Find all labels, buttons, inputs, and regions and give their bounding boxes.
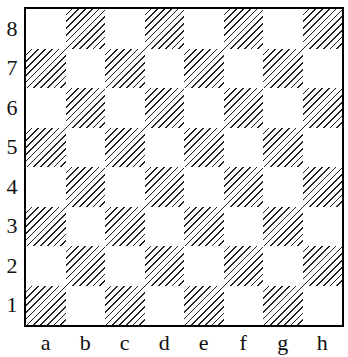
square-d7[interactable] — [145, 49, 185, 89]
rank-label-4: 4 — [0, 167, 24, 207]
square-g7[interactable] — [263, 49, 303, 89]
square-f2[interactable] — [224, 246, 264, 286]
square-a6[interactable] — [26, 88, 66, 128]
file-label-a: a — [26, 329, 66, 357]
square-h3[interactable] — [303, 207, 343, 247]
square-e4[interactable] — [184, 167, 224, 207]
square-g8[interactable] — [263, 9, 303, 49]
square-d5[interactable] — [145, 128, 185, 168]
square-b5[interactable] — [66, 128, 106, 168]
square-c2[interactable] — [105, 246, 145, 286]
square-b1[interactable] — [66, 286, 106, 326]
square-h8[interactable] — [303, 9, 343, 49]
square-f4[interactable] — [224, 167, 264, 207]
chess-diagram: 87654321 abcdefgh — [0, 0, 348, 357]
square-d2[interactable] — [145, 246, 185, 286]
square-f6[interactable] — [224, 88, 264, 128]
square-a4[interactable] — [26, 167, 66, 207]
file-label-b: b — [66, 329, 106, 357]
square-g3[interactable] — [263, 207, 303, 247]
square-c4[interactable] — [105, 167, 145, 207]
square-h7[interactable] — [303, 49, 343, 89]
square-h6[interactable] — [303, 88, 343, 128]
square-c1[interactable] — [105, 286, 145, 326]
square-c5[interactable] — [105, 128, 145, 168]
square-a8[interactable] — [26, 9, 66, 49]
square-g2[interactable] — [263, 246, 303, 286]
chess-board — [24, 7, 344, 327]
square-g1[interactable] — [263, 286, 303, 326]
square-b2[interactable] — [66, 246, 106, 286]
square-b7[interactable] — [66, 49, 106, 89]
square-b6[interactable] — [66, 88, 106, 128]
square-a5[interactable] — [26, 128, 66, 168]
square-d1[interactable] — [145, 286, 185, 326]
square-b8[interactable] — [66, 9, 106, 49]
square-c7[interactable] — [105, 49, 145, 89]
board-with-ranks: 87654321 — [0, 7, 344, 327]
square-d8[interactable] — [145, 9, 185, 49]
square-g4[interactable] — [263, 167, 303, 207]
square-e2[interactable] — [184, 246, 224, 286]
square-c6[interactable] — [105, 88, 145, 128]
square-b4[interactable] — [66, 167, 106, 207]
file-label-e: e — [184, 329, 224, 357]
square-b3[interactable] — [66, 207, 106, 247]
file-label-c: c — [105, 329, 145, 357]
rank-label-1: 1 — [0, 286, 24, 326]
square-e5[interactable] — [184, 128, 224, 168]
file-label-d: d — [145, 329, 185, 357]
square-d4[interactable] — [145, 167, 185, 207]
square-d6[interactable] — [145, 88, 185, 128]
rank-label-7: 7 — [0, 49, 24, 89]
file-label-f: f — [224, 329, 264, 357]
rank-label-5: 5 — [0, 128, 24, 168]
square-a7[interactable] — [26, 49, 66, 89]
square-h2[interactable] — [303, 246, 343, 286]
square-f3[interactable] — [224, 207, 264, 247]
square-e6[interactable] — [184, 88, 224, 128]
square-a1[interactable] — [26, 286, 66, 326]
file-label-h: h — [303, 329, 343, 357]
file-label-g: g — [263, 329, 303, 357]
rank-label-2: 2 — [0, 246, 24, 286]
rank-label-8: 8 — [0, 9, 24, 49]
square-e8[interactable] — [184, 9, 224, 49]
square-g5[interactable] — [263, 128, 303, 168]
square-h4[interactable] — [303, 167, 343, 207]
square-e7[interactable] — [184, 49, 224, 89]
square-e1[interactable] — [184, 286, 224, 326]
square-a3[interactable] — [26, 207, 66, 247]
square-e3[interactable] — [184, 207, 224, 247]
square-c8[interactable] — [105, 9, 145, 49]
square-f7[interactable] — [224, 49, 264, 89]
rank-labels: 87654321 — [0, 9, 24, 327]
square-f5[interactable] — [224, 128, 264, 168]
rank-label-6: 6 — [0, 88, 24, 128]
square-h5[interactable] — [303, 128, 343, 168]
square-f1[interactable] — [224, 286, 264, 326]
square-g6[interactable] — [263, 88, 303, 128]
file-labels: abcdefgh — [26, 329, 342, 357]
square-f8[interactable] — [224, 9, 264, 49]
square-d3[interactable] — [145, 207, 185, 247]
rank-label-3: 3 — [0, 207, 24, 247]
square-c3[interactable] — [105, 207, 145, 247]
square-h1[interactable] — [303, 286, 343, 326]
square-a2[interactable] — [26, 246, 66, 286]
